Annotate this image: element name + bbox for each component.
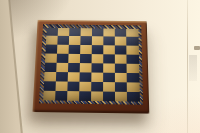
board-square — [68, 54, 80, 63]
wall-corner-shadow — [0, 0, 26, 133]
board-square — [56, 72, 68, 81]
board-square — [127, 55, 139, 64]
board-square — [103, 54, 115, 63]
board-square — [92, 28, 104, 37]
board-square — [80, 63, 92, 72]
board-square — [79, 91, 91, 101]
board-square — [91, 82, 103, 92]
board-square — [103, 82, 115, 92]
door-frame-edge — [187, 0, 188, 133]
board-square — [103, 28, 115, 37]
board-square — [115, 91, 127, 101]
board-square — [80, 54, 92, 63]
board-square — [115, 46, 127, 55]
board-square — [68, 63, 80, 72]
board-square — [115, 37, 127, 46]
board-square — [56, 63, 68, 72]
wall-scene — [0, 0, 200, 133]
board-square — [44, 63, 56, 72]
board-square — [126, 28, 138, 37]
board-square — [115, 82, 127, 92]
board-square — [44, 54, 56, 63]
board-square — [103, 45, 115, 54]
board-square — [115, 28, 127, 37]
board-square — [45, 36, 57, 45]
board-square — [67, 91, 79, 101]
board-square — [92, 45, 104, 54]
board-square — [55, 81, 67, 91]
board-square — [115, 55, 127, 64]
board-square — [115, 64, 127, 73]
board-square — [57, 27, 69, 36]
board-grid — [43, 27, 140, 101]
chessboard-frame — [32, 20, 149, 114]
board-square — [69, 28, 81, 37]
board-square — [92, 37, 104, 46]
board-square — [67, 72, 79, 81]
board-square — [103, 91, 115, 101]
board-square — [68, 45, 80, 54]
board-square — [43, 81, 55, 91]
board-square — [55, 91, 67, 101]
board-square — [57, 36, 69, 45]
board-square — [57, 45, 69, 54]
board-square — [69, 36, 81, 45]
board-square — [127, 82, 139, 92]
board-square — [127, 73, 139, 82]
chessboard — [32, 20, 149, 114]
board-square — [45, 45, 57, 54]
board-square — [115, 73, 127, 82]
board-square — [79, 72, 91, 81]
board-square — [103, 63, 115, 72]
board-square — [91, 91, 103, 101]
board-square — [56, 54, 68, 63]
board-square — [127, 92, 139, 102]
board-square — [80, 45, 92, 54]
board-square — [43, 90, 55, 100]
board-square — [80, 28, 92, 37]
mosaic-inlay-border — [39, 24, 143, 104]
board-square — [103, 73, 115, 82]
board-square — [80, 36, 92, 45]
board-square — [44, 72, 56, 81]
board-square — [103, 37, 115, 46]
board-square — [79, 81, 91, 91]
door-hinge-mark — [194, 46, 200, 50]
board-square — [46, 27, 58, 36]
door-smudge — [189, 55, 197, 81]
board-square — [67, 81, 79, 91]
board-square — [91, 72, 103, 81]
board-square — [127, 37, 139, 46]
board-square — [92, 54, 104, 63]
board-square — [91, 63, 103, 72]
board-square — [127, 46, 139, 55]
board-square — [127, 64, 139, 73]
